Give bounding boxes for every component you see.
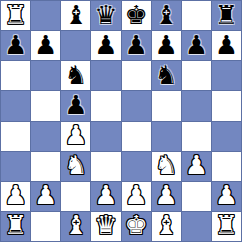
piece-white-pawn[interactable]: ♟ bbox=[4, 182, 27, 208]
square-e1[interactable]: ♚ bbox=[122, 212, 151, 241]
piece-black-pawn[interactable]: ♟ bbox=[215, 32, 238, 58]
square-b2[interactable]: ♟ bbox=[31, 182, 60, 211]
square-f7[interactable]: ♟ bbox=[152, 31, 181, 60]
piece-white-pawn[interactable]: ♟ bbox=[185, 152, 208, 178]
piece-black-bishop[interactable]: ♝ bbox=[64, 2, 87, 28]
piece-black-pawn[interactable]: ♟ bbox=[185, 32, 208, 58]
square-e6[interactable] bbox=[122, 61, 151, 90]
piece-black-pawn[interactable]: ♟ bbox=[64, 92, 87, 118]
piece-white-pawn[interactable]: ♟ bbox=[94, 182, 117, 208]
square-g6[interactable] bbox=[182, 61, 211, 90]
piece-black-queen[interactable]: ♛ bbox=[94, 2, 117, 28]
square-f1[interactable]: ♝ bbox=[152, 212, 181, 241]
piece-white-pawn[interactable]: ♟ bbox=[34, 182, 57, 208]
square-e7[interactable]: ♟ bbox=[122, 31, 151, 60]
square-h4[interactable] bbox=[212, 122, 241, 151]
square-e2[interactable]: ♟ bbox=[122, 182, 151, 211]
piece-white-rook[interactable]: ♜ bbox=[215, 212, 238, 238]
square-d2[interactable]: ♟ bbox=[91, 182, 120, 211]
chess-board: ♜♝♛♚♝♜♟♟♟♟♟♟♟♞♞♟♟♞♞♟♟♟♟♟♟♟♜♝♛♚♝♜ bbox=[0, 0, 242, 242]
square-c6[interactable]: ♞ bbox=[61, 61, 90, 90]
piece-black-bishop[interactable]: ♝ bbox=[155, 2, 178, 28]
square-a1[interactable]: ♜ bbox=[1, 212, 30, 241]
piece-black-pawn[interactable]: ♟ bbox=[155, 32, 178, 58]
square-g5[interactable] bbox=[182, 91, 211, 120]
square-a7[interactable]: ♟ bbox=[1, 31, 30, 60]
square-f3[interactable]: ♞ bbox=[152, 152, 181, 181]
square-h3[interactable] bbox=[212, 152, 241, 181]
square-b1[interactable] bbox=[31, 212, 60, 241]
piece-white-bishop[interactable]: ♝ bbox=[155, 212, 178, 238]
square-d8[interactable]: ♛ bbox=[91, 1, 120, 30]
piece-white-bishop[interactable]: ♝ bbox=[64, 212, 87, 238]
square-d1[interactable]: ♛ bbox=[91, 212, 120, 241]
square-e4[interactable] bbox=[122, 122, 151, 151]
piece-black-pawn[interactable]: ♟ bbox=[124, 32, 147, 58]
piece-white-knight[interactable]: ♞ bbox=[64, 152, 87, 178]
square-a8[interactable]: ♜ bbox=[1, 1, 30, 30]
square-e3[interactable] bbox=[122, 152, 151, 181]
piece-black-pawn[interactable]: ♟ bbox=[4, 32, 27, 58]
square-d3[interactable] bbox=[91, 152, 120, 181]
square-b7[interactable]: ♟ bbox=[31, 31, 60, 60]
square-e8[interactable]: ♚ bbox=[122, 1, 151, 30]
piece-white-rook[interactable]: ♜ bbox=[4, 2, 27, 28]
square-f8[interactable]: ♝ bbox=[152, 1, 181, 30]
square-f2[interactable]: ♟ bbox=[152, 182, 181, 211]
square-c8[interactable]: ♝ bbox=[61, 1, 90, 30]
square-d5[interactable] bbox=[91, 91, 120, 120]
square-d4[interactable] bbox=[91, 122, 120, 151]
piece-white-pawn[interactable]: ♟ bbox=[64, 122, 87, 148]
square-f5[interactable] bbox=[152, 91, 181, 120]
piece-white-king[interactable]: ♚ bbox=[124, 212, 147, 238]
square-h2[interactable]: ♟ bbox=[212, 182, 241, 211]
square-f4[interactable] bbox=[152, 122, 181, 151]
square-g4[interactable] bbox=[182, 122, 211, 151]
square-a2[interactable]: ♟ bbox=[1, 182, 30, 211]
square-a5[interactable] bbox=[1, 91, 30, 120]
square-d6[interactable] bbox=[91, 61, 120, 90]
square-f6[interactable]: ♞ bbox=[152, 61, 181, 90]
square-b4[interactable] bbox=[31, 122, 60, 151]
square-c7[interactable] bbox=[61, 31, 90, 60]
square-g2[interactable] bbox=[182, 182, 211, 211]
piece-white-knight[interactable]: ♞ bbox=[155, 152, 178, 178]
square-b3[interactable] bbox=[31, 152, 60, 181]
square-a3[interactable] bbox=[1, 152, 30, 181]
piece-white-pawn[interactable]: ♟ bbox=[124, 182, 147, 208]
square-d7[interactable]: ♟ bbox=[91, 31, 120, 60]
square-a4[interactable] bbox=[1, 122, 30, 151]
square-c3[interactable]: ♞ bbox=[61, 152, 90, 181]
square-g8[interactable] bbox=[182, 1, 211, 30]
piece-black-pawn[interactable]: ♟ bbox=[94, 32, 117, 58]
square-h5[interactable] bbox=[212, 91, 241, 120]
square-g3[interactable]: ♟ bbox=[182, 152, 211, 181]
square-b8[interactable] bbox=[31, 1, 60, 30]
square-g1[interactable] bbox=[182, 212, 211, 241]
square-b6[interactable] bbox=[31, 61, 60, 90]
square-e5[interactable] bbox=[122, 91, 151, 120]
square-b5[interactable] bbox=[31, 91, 60, 120]
piece-black-king[interactable]: ♚ bbox=[124, 2, 147, 28]
piece-black-rook[interactable]: ♜ bbox=[215, 2, 238, 28]
square-g7[interactable]: ♟ bbox=[182, 31, 211, 60]
square-c2[interactable] bbox=[61, 182, 90, 211]
piece-white-pawn[interactable]: ♟ bbox=[215, 182, 238, 208]
piece-white-pawn[interactable]: ♟ bbox=[155, 182, 178, 208]
square-h1[interactable]: ♜ bbox=[212, 212, 241, 241]
square-a6[interactable] bbox=[1, 61, 30, 90]
piece-black-pawn[interactable]: ♟ bbox=[34, 32, 57, 58]
piece-black-knight[interactable]: ♞ bbox=[64, 62, 87, 88]
square-h6[interactable] bbox=[212, 61, 241, 90]
square-c4[interactable]: ♟ bbox=[61, 122, 90, 151]
square-h7[interactable]: ♟ bbox=[212, 31, 241, 60]
piece-white-rook[interactable]: ♜ bbox=[4, 212, 27, 238]
piece-black-knight[interactable]: ♞ bbox=[155, 62, 178, 88]
piece-white-queen[interactable]: ♛ bbox=[94, 212, 117, 238]
square-h8[interactable]: ♜ bbox=[212, 1, 241, 30]
square-c5[interactable]: ♟ bbox=[61, 91, 90, 120]
square-c1[interactable]: ♝ bbox=[61, 212, 90, 241]
